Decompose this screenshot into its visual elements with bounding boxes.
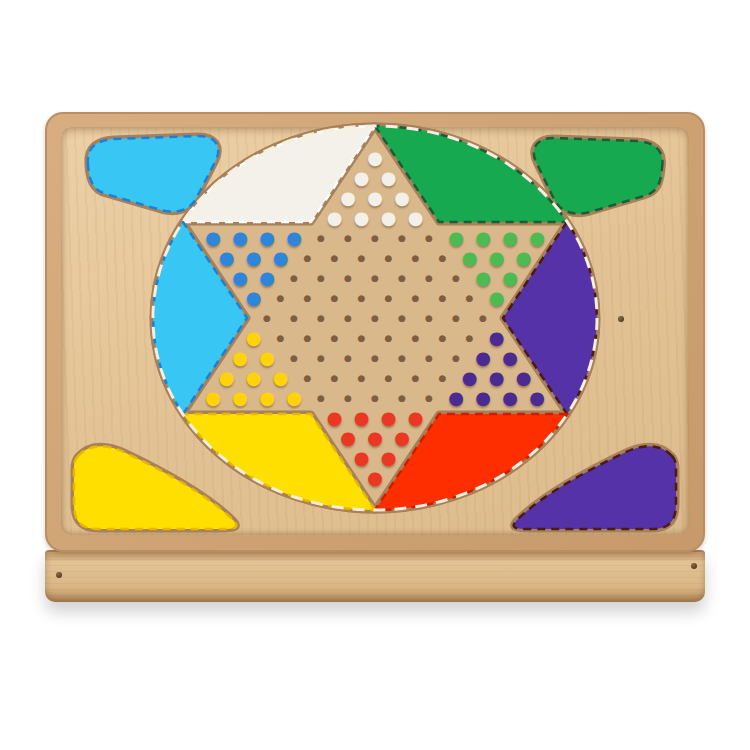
peg-blue[interactable]: ● <box>213 248 240 268</box>
peg-green[interactable]: ● <box>483 248 510 268</box>
board-hole[interactable]: ● <box>389 268 416 288</box>
board-hole[interactable]: ● <box>335 348 362 368</box>
screw-front-left <box>56 572 62 578</box>
board-row: ●●●● <box>199 208 551 228</box>
board-hole[interactable]: ● <box>335 388 362 408</box>
board-hole[interactable]: ● <box>294 248 321 268</box>
peg-white[interactable]: ● <box>362 148 389 168</box>
board-hole[interactable]: ● <box>281 348 308 368</box>
board-hole[interactable]: ● <box>362 348 389 368</box>
board-row: ●●●●●●●●● <box>199 308 551 328</box>
board-hole[interactable]: ● <box>294 328 321 348</box>
peg-purple[interactable]: ● <box>497 388 524 408</box>
board-hole[interactable]: ● <box>389 388 416 408</box>
board-hole[interactable]: ● <box>429 248 456 268</box>
board-hole[interactable]: ● <box>308 348 335 368</box>
peg-white[interactable]: ● <box>402 208 429 228</box>
board-hole[interactable]: ● <box>335 228 362 248</box>
peg-purple[interactable]: ● <box>510 368 537 388</box>
board-hole[interactable]: ● <box>321 368 348 388</box>
board-hole[interactable]: ● <box>416 388 443 408</box>
board-hole[interactable]: ● <box>254 308 281 328</box>
peg-green[interactable]: ● <box>470 268 497 288</box>
game-box: ●●●●●●●●●●●●●●●●●●●●●●●●●●●●●●●●●●●●●●●●… <box>0 0 750 750</box>
board-hole[interactable]: ● <box>348 368 375 388</box>
peg-blue[interactable]: ● <box>227 268 254 288</box>
peg-white[interactable]: ● <box>348 168 375 188</box>
board-hole[interactable]: ● <box>308 308 335 328</box>
board-hole[interactable]: ● <box>443 268 470 288</box>
board-row: ●●●●●●●●●● <box>199 328 551 348</box>
board-row: ●●●●●●●●●●●●● <box>199 388 551 408</box>
board-hole[interactable]: ● <box>321 288 348 308</box>
peg-blue[interactable]: ● <box>240 288 267 308</box>
peg-yellow[interactable]: ● <box>254 348 281 368</box>
peg-purple[interactable]: ● <box>524 388 551 408</box>
board-hole[interactable]: ● <box>308 228 335 248</box>
peg-green[interactable]: ● <box>510 248 537 268</box>
peg-yellow[interactable]: ● <box>227 388 254 408</box>
peg-green[interactable]: ● <box>443 228 470 248</box>
board-hole[interactable]: ● <box>281 268 308 288</box>
peg-blue[interactable]: ● <box>240 248 267 268</box>
peg-green[interactable]: ● <box>483 288 510 308</box>
board-hole[interactable]: ● <box>294 288 321 308</box>
peg-purple[interactable]: ● <box>443 388 470 408</box>
board-hole[interactable]: ● <box>348 288 375 308</box>
board-hole[interactable]: ● <box>308 388 335 408</box>
peg-red[interactable]: ● <box>402 408 429 428</box>
board: ●●●●●●●●●●●●●●●●●●●●●●●●●●●●●●●●●●●●●●●●… <box>199 148 551 488</box>
peg-red[interactable]: ● <box>362 468 389 488</box>
peg-purple[interactable]: ● <box>497 348 524 368</box>
peg-white[interactable]: ● <box>389 188 416 208</box>
peg-blue[interactable]: ● <box>254 228 281 248</box>
peg-blue[interactable]: ● <box>200 228 227 248</box>
peg-white[interactable]: ● <box>375 168 402 188</box>
board-hole[interactable]: ● <box>362 228 389 248</box>
peg-purple[interactable]: ● <box>470 388 497 408</box>
peg-white[interactable]: ● <box>375 208 402 228</box>
peg-blue[interactable]: ● <box>227 228 254 248</box>
board-hole[interactable]: ● <box>416 308 443 328</box>
board-hole[interactable]: ● <box>456 288 483 308</box>
peg-red[interactable]: ● <box>348 408 375 428</box>
peg-red[interactable]: ● <box>348 448 375 468</box>
board-hole[interactable]: ● <box>267 328 294 348</box>
peg-purple[interactable]: ● <box>470 348 497 368</box>
board-hole[interactable]: ● <box>335 308 362 328</box>
board-row: ●● <box>199 448 551 468</box>
peg-yellow[interactable]: ● <box>267 368 294 388</box>
board-hole[interactable]: ● <box>348 328 375 348</box>
screw-front-right <box>691 563 697 569</box>
board-hole[interactable]: ● <box>362 268 389 288</box>
peg-white[interactable]: ● <box>335 188 362 208</box>
board-hole[interactable]: ● <box>443 348 470 368</box>
board-row: ●●●● <box>199 408 551 428</box>
peg-red[interactable]: ● <box>375 408 402 428</box>
board-hole[interactable]: ● <box>429 288 456 308</box>
board-row: ●●●●●●●●●● <box>199 288 551 308</box>
peg-yellow[interactable]: ● <box>240 368 267 388</box>
peg-purple[interactable]: ● <box>483 328 510 348</box>
board-hole[interactable]: ● <box>267 288 294 308</box>
board-hole[interactable]: ● <box>456 328 483 348</box>
peg-green[interactable]: ● <box>470 228 497 248</box>
screw-right-edge <box>618 316 624 322</box>
peg-yellow[interactable]: ● <box>213 368 240 388</box>
board-hole[interactable]: ● <box>281 308 308 328</box>
board-hole[interactable]: ● <box>402 248 429 268</box>
peg-purple[interactable]: ● <box>483 368 510 388</box>
board-hole[interactable]: ● <box>321 248 348 268</box>
board-hole[interactable]: ● <box>429 368 456 388</box>
board-hole[interactable]: ● <box>335 268 362 288</box>
peg-green[interactable]: ● <box>456 248 483 268</box>
peg-blue[interactable]: ● <box>254 268 281 288</box>
board-row: ● <box>199 148 551 168</box>
peg-yellow[interactable]: ● <box>254 388 281 408</box>
peg-blue[interactable]: ● <box>281 228 308 248</box>
board-hole[interactable]: ● <box>443 308 470 328</box>
peg-red[interactable]: ● <box>362 428 389 448</box>
board-row: ●●●●●●●●●●● <box>199 268 551 288</box>
board-row: ● <box>199 468 551 488</box>
board-hole[interactable]: ● <box>402 288 429 308</box>
board-hole[interactable]: ● <box>389 228 416 248</box>
board-hole[interactable]: ● <box>389 348 416 368</box>
peg-yellow[interactable]: ● <box>240 328 267 348</box>
peg-red[interactable]: ● <box>375 448 402 468</box>
board-hole[interactable]: ● <box>375 328 402 348</box>
peg-white[interactable]: ● <box>348 208 375 228</box>
board-hole[interactable]: ● <box>416 228 443 248</box>
peg-yellow[interactable]: ● <box>200 388 227 408</box>
board-hole[interactable]: ● <box>362 388 389 408</box>
board-row: ●●●●●●●●●●● <box>199 348 551 368</box>
peg-white[interactable]: ● <box>362 188 389 208</box>
board-hole[interactable]: ● <box>375 248 402 268</box>
peg-yellow[interactable]: ● <box>281 388 308 408</box>
board-row: ●●● <box>199 428 551 448</box>
peg-blue[interactable]: ● <box>267 248 294 268</box>
board-hole[interactable]: ● <box>416 268 443 288</box>
peg-purple[interactable]: ● <box>456 368 483 388</box>
board-row: ●●●●●●●●●●●● <box>199 248 551 268</box>
board-row: ●●●●●●●●●●●●● <box>199 228 551 248</box>
board-row: ●●● <box>199 188 551 208</box>
board-hole[interactable]: ● <box>294 368 321 388</box>
peg-green[interactable]: ● <box>524 228 551 248</box>
board-hole[interactable]: ● <box>321 328 348 348</box>
board-hole[interactable]: ● <box>308 268 335 288</box>
peg-white[interactable]: ● <box>321 208 348 228</box>
peg-red[interactable]: ● <box>335 428 362 448</box>
board-hole[interactable]: ● <box>375 288 402 308</box>
board-hole[interactable]: ● <box>348 248 375 268</box>
board-hole[interactable]: ● <box>402 328 429 348</box>
board-row: ●●●●●●●●●●●● <box>199 368 551 388</box>
peg-red[interactable]: ● <box>389 428 416 448</box>
board-hole[interactable]: ● <box>375 368 402 388</box>
board-row: ●● <box>199 168 551 188</box>
board-hole[interactable]: ● <box>402 368 429 388</box>
peg-yellow[interactable]: ● <box>227 348 254 368</box>
peg-green[interactable]: ● <box>497 228 524 248</box>
board-hole[interactable]: ● <box>470 308 497 328</box>
board-hole[interactable]: ● <box>416 348 443 368</box>
board-hole[interactable]: ● <box>362 308 389 328</box>
board-hole[interactable]: ● <box>389 308 416 328</box>
board-hole[interactable]: ● <box>429 328 456 348</box>
peg-green[interactable]: ● <box>497 268 524 288</box>
peg-red[interactable]: ● <box>321 408 348 428</box>
